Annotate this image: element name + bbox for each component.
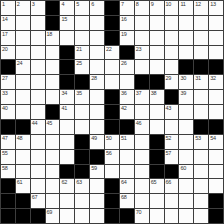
grid-cell[interactable] <box>150 16 164 30</box>
grid-cell[interactable] <box>194 90 208 104</box>
grid-cell[interactable]: 13 <box>209 1 223 15</box>
grid-cell[interactable] <box>150 194 164 208</box>
grid-cell[interactable]: 30 <box>179 75 193 89</box>
clue-number: 67 <box>32 194 38 200</box>
grid-cell[interactable] <box>150 105 164 119</box>
grid-cell[interactable] <box>165 194 179 208</box>
clue-number: 51 <box>121 135 127 141</box>
grid-cell[interactable]: 58 <box>1 165 15 179</box>
grid-cell[interactable]: 15 <box>60 16 74 30</box>
clue-number: 68 <box>121 194 127 200</box>
grid-cell[interactable] <box>60 209 74 223</box>
grid-cell[interactable] <box>194 165 208 179</box>
clue-number: 46 <box>136 120 142 126</box>
grid-cell[interactable] <box>75 120 89 134</box>
grid-cell[interactable] <box>90 31 104 45</box>
grid-cell[interactable]: 60 <box>179 165 193 179</box>
grid-cell[interactable]: 63 <box>75 179 89 193</box>
grid-cell[interactable] <box>31 90 45 104</box>
grid-cell[interactable] <box>60 150 74 164</box>
black-cell <box>75 135 89 149</box>
grid-cell[interactable] <box>194 209 208 223</box>
grid-cell[interactable]: 23 <box>135 46 149 60</box>
grid-cell[interactable] <box>179 179 193 193</box>
clue-number: 62 <box>61 179 67 185</box>
grid-cell[interactable]: 12 <box>194 1 208 15</box>
black-cell <box>16 120 30 134</box>
clue-number: 12 <box>195 1 201 7</box>
grid-cell[interactable]: 56 <box>105 150 119 164</box>
grid-cell[interactable] <box>179 120 193 134</box>
grid-cell[interactable] <box>90 179 104 193</box>
black-cell <box>60 165 74 179</box>
clue-number: 4 <box>61 1 64 7</box>
grid-cell[interactable] <box>105 60 119 74</box>
clue-number: 35 <box>76 90 82 96</box>
clue-number: 20 <box>2 46 8 52</box>
clue-number: 19 <box>121 31 127 37</box>
clue-number: 31 <box>195 75 201 81</box>
grid-cell[interactable]: 68 <box>120 194 134 208</box>
clue-number: 32 <box>210 75 216 81</box>
clue-number: 30 <box>180 75 186 81</box>
grid-cell[interactable]: 49 <box>90 135 104 149</box>
grid-cell[interactable]: 43 <box>165 105 179 119</box>
clue-number: 66 <box>166 179 172 185</box>
grid-cell[interactable] <box>209 46 223 60</box>
black-cell <box>194 60 208 74</box>
grid-cell[interactable]: 54 <box>209 135 223 149</box>
grid-cell[interactable] <box>75 31 89 45</box>
grid-cell[interactable] <box>46 165 60 179</box>
clue-number: 69 <box>47 209 53 215</box>
grid-cell[interactable]: 48 <box>16 135 30 149</box>
grid-cell[interactable] <box>60 120 74 134</box>
grid-cell[interactable] <box>90 60 104 74</box>
black-cell <box>209 60 223 74</box>
grid-cell[interactable] <box>194 194 208 208</box>
black-cell <box>60 60 74 74</box>
clue-number: 65 <box>151 179 157 185</box>
clue-number: 10 <box>166 1 172 7</box>
grid-cell[interactable] <box>31 135 45 149</box>
clue-number: 17 <box>2 31 8 37</box>
grid-cell[interactable] <box>31 150 45 164</box>
clue-number: 50 <box>106 135 112 141</box>
clue-number: 53 <box>195 135 201 141</box>
black-cell <box>150 135 164 149</box>
grid-cell[interactable]: 9 <box>150 1 164 15</box>
grid-cell[interactable]: 57 <box>165 150 179 164</box>
grid-cell[interactable] <box>46 194 60 208</box>
black-cell <box>150 150 164 164</box>
grid-cell[interactable] <box>120 75 134 89</box>
black-cell <box>120 209 134 223</box>
grid-cell[interactable]: 67 <box>31 194 45 208</box>
black-cell <box>1 209 15 223</box>
clue-number: 11 <box>180 1 185 7</box>
grid-cell[interactable] <box>46 179 60 193</box>
grid-cell[interactable]: 7 <box>120 1 134 15</box>
black-cell <box>75 75 89 89</box>
grid-cell[interactable]: 26 <box>120 60 134 74</box>
clue-number: 21 <box>76 46 82 52</box>
grid-cell[interactable]: 11 <box>179 1 193 15</box>
grid-cell[interactable]: 69 <box>46 209 60 223</box>
grid-cell[interactable]: 8 <box>135 1 149 15</box>
clue-number: 38 <box>151 90 157 96</box>
grid-cell[interactable] <box>179 194 193 208</box>
grid-cell[interactable]: 25 <box>75 60 89 74</box>
grid-cell[interactable] <box>46 75 60 89</box>
clue-number: 49 <box>91 135 97 141</box>
grid-cell[interactable]: 19 <box>120 31 134 45</box>
grid-cell[interactable] <box>90 120 104 134</box>
grid-cell[interactable]: 10 <box>165 1 179 15</box>
grid-cell[interactable] <box>16 16 30 30</box>
grid-cell[interactable]: 4 <box>60 1 74 15</box>
black-cell <box>60 75 74 89</box>
black-cell <box>165 90 179 104</box>
clue-number: 43 <box>166 105 172 111</box>
grid-cell[interactable] <box>209 16 223 30</box>
grid-cell[interactable] <box>90 209 104 223</box>
grid-cell[interactable] <box>165 120 179 134</box>
black-cell <box>1 194 15 208</box>
grid-cell[interactable] <box>209 179 223 193</box>
grid-cell[interactable]: 27 <box>1 75 15 89</box>
grid-cell[interactable] <box>194 105 208 119</box>
grid-cell[interactable] <box>90 90 104 104</box>
grid-cell[interactable]: 52 <box>165 135 179 149</box>
clue-number: 48 <box>17 135 23 141</box>
grid-cell[interactable]: 66 <box>165 179 179 193</box>
grid-cell[interactable] <box>16 46 30 60</box>
grid-cell[interactable]: 44 <box>31 120 45 134</box>
grid-cell[interactable]: 39 <box>179 90 193 104</box>
black-cell <box>46 16 60 30</box>
grid-cell[interactable] <box>179 135 193 149</box>
black-cell <box>105 179 119 193</box>
grid-cell[interactable] <box>90 105 104 119</box>
clue-number: 58 <box>2 165 8 171</box>
grid-cell[interactable] <box>209 90 223 104</box>
clue-number: 25 <box>76 60 82 66</box>
clue-number: 5 <box>76 1 79 7</box>
black-cell <box>105 16 119 30</box>
grid-cell[interactable] <box>194 46 208 60</box>
black-cell <box>31 209 45 223</box>
grid-cell[interactable]: 37 <box>135 90 149 104</box>
clue-number: 3 <box>32 1 35 7</box>
grid-cell[interactable]: 14 <box>1 16 15 30</box>
black-cell <box>75 165 89 179</box>
grid-cell[interactable]: 22 <box>105 46 119 60</box>
grid-cell[interactable] <box>75 194 89 208</box>
clue-number: 9 <box>151 1 154 7</box>
clue-number: 22 <box>106 46 112 52</box>
grid-cell[interactable] <box>150 60 164 74</box>
grid-cell[interactable] <box>16 75 30 89</box>
clue-number: 40 <box>2 105 8 111</box>
grid-cell[interactable]: 59 <box>90 165 104 179</box>
grid-cell[interactable] <box>179 31 193 45</box>
grid-cell[interactable] <box>46 46 60 60</box>
grid-cell[interactable] <box>135 150 149 164</box>
grid-cell[interactable] <box>165 209 179 223</box>
grid-cell[interactable] <box>46 90 60 104</box>
black-cell <box>1 179 15 193</box>
grid-cell[interactable]: 16 <box>120 16 134 30</box>
grid-cell[interactable]: 55 <box>1 150 15 164</box>
clue-number: 42 <box>121 105 127 111</box>
black-cell <box>75 150 89 164</box>
clue-number: 6 <box>91 1 94 7</box>
grid-cell[interactable]: 35 <box>75 90 89 104</box>
clue-number: 57 <box>166 150 172 156</box>
grid-cell[interactable]: 1 <box>1 1 15 15</box>
clue-number: 13 <box>210 1 216 7</box>
grid-cell[interactable] <box>31 16 45 30</box>
grid-cell[interactable] <box>135 60 149 74</box>
clue-number: 26 <box>121 60 127 66</box>
clue-number: 54 <box>210 135 216 141</box>
black-cell <box>209 194 223 208</box>
black-cell <box>150 75 164 89</box>
grid-cell[interactable] <box>31 105 45 119</box>
black-cell <box>135 75 149 89</box>
black-cell <box>209 209 223 223</box>
grid-cell[interactable] <box>90 46 104 60</box>
grid-cell[interactable]: 34 <box>60 90 74 104</box>
black-cell <box>105 31 119 45</box>
black-cell <box>105 209 119 223</box>
grid-cell[interactable] <box>209 165 223 179</box>
grid-cell[interactable] <box>16 165 30 179</box>
grid-cell[interactable] <box>150 120 164 134</box>
grid-cell[interactable] <box>16 150 30 164</box>
clue-number: 16 <box>121 16 127 22</box>
grid-cell[interactable] <box>135 165 149 179</box>
clue-number: 28 <box>91 75 97 81</box>
grid-cell[interactable]: 47 <box>1 135 15 149</box>
clue-number: 39 <box>180 90 186 96</box>
grid-cell[interactable]: 32 <box>209 75 223 89</box>
grid-cell[interactable] <box>135 16 149 30</box>
grid-cell[interactable] <box>105 165 119 179</box>
clue-number: 52 <box>166 135 172 141</box>
crossword-puzzle: 1234567891011121314151617181920212223242… <box>0 0 224 224</box>
grid-cell[interactable] <box>75 105 89 119</box>
black-cell <box>120 46 134 60</box>
grid-cell[interactable]: 70 <box>135 209 149 223</box>
grid-cell[interactable] <box>31 60 45 74</box>
clue-number: 8 <box>136 1 139 7</box>
clue-number: 7 <box>121 1 124 7</box>
black-cell <box>120 120 134 134</box>
black-cell <box>105 194 119 208</box>
grid-cell[interactable]: 46 <box>135 120 149 134</box>
clue-number: 63 <box>76 179 82 185</box>
grid-cell[interactable] <box>209 105 223 119</box>
grid-cell[interactable] <box>135 105 149 119</box>
grid-cell[interactable] <box>165 31 179 45</box>
grid-cell[interactable] <box>31 75 45 89</box>
grid-cell[interactable] <box>46 150 60 164</box>
grid-cell[interactable] <box>165 46 179 60</box>
clue-number: 44 <box>32 120 38 126</box>
grid-cell[interactable] <box>31 179 45 193</box>
grid-cell[interactable] <box>16 31 30 45</box>
black-cell <box>165 165 179 179</box>
grid-cell[interactable] <box>60 135 74 149</box>
grid-cell[interactable]: 33 <box>1 90 15 104</box>
black-cell <box>150 165 164 179</box>
grid-cell[interactable] <box>120 150 134 164</box>
grid-cell[interactable] <box>135 179 149 193</box>
clue-number: 70 <box>136 209 142 215</box>
black-cell <box>90 150 104 164</box>
clue-number: 61 <box>17 179 23 185</box>
grid-cell[interactable] <box>16 105 30 119</box>
clue-number: 37 <box>136 90 142 96</box>
black-cell <box>46 1 60 15</box>
grid-cell[interactable] <box>135 31 149 45</box>
clue-number: 29 <box>166 75 172 81</box>
crossword-grid: 1234567891011121314151617181920212223242… <box>0 0 224 224</box>
grid-cell[interactable]: 53 <box>194 135 208 149</box>
grid-cell[interactable]: 38 <box>150 90 164 104</box>
clue-number: 59 <box>91 165 97 171</box>
black-cell <box>16 209 30 223</box>
clue-number: 2 <box>17 1 20 7</box>
black-cell <box>46 105 60 119</box>
grid-cell[interactable] <box>179 46 193 60</box>
grid-cell[interactable]: 40 <box>1 105 15 119</box>
grid-cell[interactable]: 42 <box>120 105 134 119</box>
grid-cell[interactable] <box>105 75 119 89</box>
grid-cell[interactable]: 24 <box>16 60 30 74</box>
grid-cell[interactable]: 28 <box>90 75 104 89</box>
grid-cell[interactable] <box>194 150 208 164</box>
clue-number: 56 <box>106 150 112 156</box>
grid-cell[interactable] <box>179 16 193 30</box>
grid-cell[interactable]: 29 <box>165 75 179 89</box>
grid-cell[interactable] <box>150 46 164 60</box>
grid-cell[interactable]: 61 <box>16 179 30 193</box>
grid-cell[interactable] <box>90 16 104 30</box>
black-cell <box>1 120 15 134</box>
grid-cell[interactable] <box>60 31 74 45</box>
grid-cell[interactable]: 3 <box>31 1 45 15</box>
grid-cell[interactable]: 51 <box>120 135 134 149</box>
grid-cell[interactable]: 20 <box>1 46 15 60</box>
grid-cell[interactable] <box>135 135 149 149</box>
black-cell <box>105 90 119 104</box>
grid-cell[interactable] <box>179 150 193 164</box>
grid-cell[interactable] <box>135 194 149 208</box>
clue-number: 15 <box>61 16 67 22</box>
grid-cell[interactable]: 50 <box>105 135 119 149</box>
clue-number: 14 <box>2 16 8 22</box>
black-cell <box>194 120 208 134</box>
grid-cell[interactable] <box>179 105 193 119</box>
grid-cell[interactable]: 21 <box>75 46 89 60</box>
grid-cell[interactable]: 62 <box>60 179 74 193</box>
grid-cell[interactable] <box>31 165 45 179</box>
grid-cell[interactable] <box>60 194 74 208</box>
clue-number: 60 <box>180 165 186 171</box>
clue-number: 47 <box>2 135 8 141</box>
grid-cell[interactable] <box>194 179 208 193</box>
clue-number: 27 <box>2 75 8 81</box>
clue-number: 55 <box>2 150 8 156</box>
grid-cell[interactable] <box>194 31 208 45</box>
grid-cell[interactable]: 45 <box>46 120 60 134</box>
grid-cell[interactable] <box>150 209 164 223</box>
grid-cell[interactable]: 31 <box>194 75 208 89</box>
grid-cell[interactable]: 41 <box>60 105 74 119</box>
black-cell <box>209 120 223 134</box>
grid-cell[interactable] <box>90 194 104 208</box>
clue-number: 24 <box>17 60 23 66</box>
grid-cell[interactable] <box>31 46 45 60</box>
grid-cell[interactable]: 36 <box>120 90 134 104</box>
clue-number: 23 <box>136 46 142 52</box>
grid-cell[interactable] <box>31 31 45 45</box>
grid-cell[interactable] <box>75 16 89 30</box>
clue-number: 45 <box>47 120 53 126</box>
grid-cell[interactable] <box>209 150 223 164</box>
grid-cell[interactable]: 5 <box>75 1 89 15</box>
clue-number: 18 <box>47 31 53 37</box>
grid-cell[interactable] <box>194 16 208 30</box>
grid-cell[interactable]: 6 <box>90 1 104 15</box>
grid-cell[interactable] <box>165 16 179 30</box>
black-cell <box>16 194 30 208</box>
grid-cell[interactable]: 2 <box>16 1 30 15</box>
grid-cell[interactable] <box>209 31 223 45</box>
clue-number: 64 <box>121 179 127 185</box>
grid-cell[interactable] <box>75 209 89 223</box>
grid-cell[interactable]: 65 <box>150 179 164 193</box>
grid-cell[interactable]: 17 <box>1 31 15 45</box>
clue-number: 41 <box>61 105 67 111</box>
grid-cell[interactable] <box>179 209 193 223</box>
grid-cell[interactable]: 64 <box>120 179 134 193</box>
grid-cell[interactable] <box>150 31 164 45</box>
grid-cell[interactable] <box>46 135 60 149</box>
black-cell <box>105 1 119 15</box>
black-cell <box>60 46 74 60</box>
clue-number: 34 <box>61 90 67 96</box>
grid-cell[interactable] <box>46 60 60 74</box>
black-cell <box>1 60 15 74</box>
grid-cell[interactable] <box>165 60 179 74</box>
clue-number: 36 <box>121 90 127 96</box>
black-cell <box>179 60 193 74</box>
grid-cell[interactable] <box>120 165 134 179</box>
grid-cell[interactable]: 18 <box>46 31 60 45</box>
grid-cell[interactable] <box>16 90 30 104</box>
clue-number: 1 <box>2 1 5 7</box>
clue-number: 33 <box>2 90 8 96</box>
black-cell <box>105 120 119 134</box>
black-cell <box>105 105 119 119</box>
